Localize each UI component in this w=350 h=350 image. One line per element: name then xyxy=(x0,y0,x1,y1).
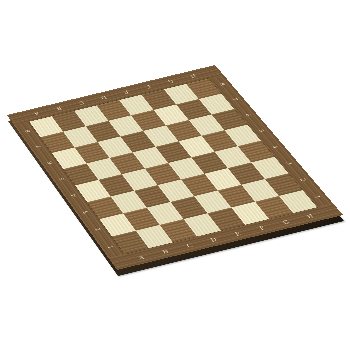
product-photo: ABCDEFGH ABCDEFGH 87654321 87654321 xyxy=(0,0,350,350)
board-scene: ABCDEFGH ABCDEFGH 87654321 87654321 xyxy=(0,0,350,350)
chess-board: ABCDEFGH ABCDEFGH 87654321 87654321 xyxy=(7,65,343,270)
